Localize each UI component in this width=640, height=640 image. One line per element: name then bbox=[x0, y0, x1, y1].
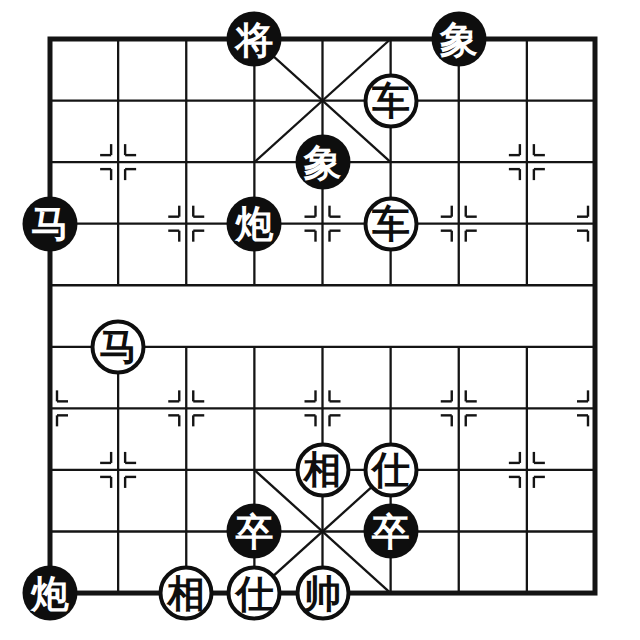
piece-red-chariot[interactable]: 车 bbox=[363, 73, 418, 128]
piece-red-advisor[interactable]: 仕 bbox=[363, 442, 418, 497]
xiangqi-board: 将象车象马炮车马相仕卒卒炮相仕帅 bbox=[0, 0, 640, 640]
piece-black-elephant[interactable]: 象 bbox=[431, 12, 486, 67]
piece-red-elephant[interactable]: 相 bbox=[295, 442, 350, 497]
piece-red-advisor[interactable]: 仕 bbox=[227, 566, 282, 621]
piece-black-soldier[interactable]: 卒 bbox=[227, 504, 282, 559]
piece-red-general[interactable]: 帅 bbox=[295, 566, 350, 621]
piece-black-elephant[interactable]: 象 bbox=[295, 135, 350, 190]
piece-black-cannon[interactable]: 炮 bbox=[23, 566, 78, 621]
piece-red-horse[interactable]: 马 bbox=[91, 319, 146, 374]
piece-black-cannon[interactable]: 炮 bbox=[227, 196, 282, 251]
piece-black-general[interactable]: 将 bbox=[227, 12, 282, 67]
piece-black-horse[interactable]: 马 bbox=[23, 196, 78, 251]
piece-black-soldier[interactable]: 卒 bbox=[363, 504, 418, 559]
piece-red-chariot[interactable]: 车 bbox=[363, 196, 418, 251]
board-grid-lines bbox=[0, 0, 640, 640]
xiangqi-diagram-page: 将象车象马炮车马相仕卒卒炮相仕帅 bbox=[0, 0, 640, 640]
piece-red-elephant[interactable]: 相 bbox=[159, 566, 214, 621]
